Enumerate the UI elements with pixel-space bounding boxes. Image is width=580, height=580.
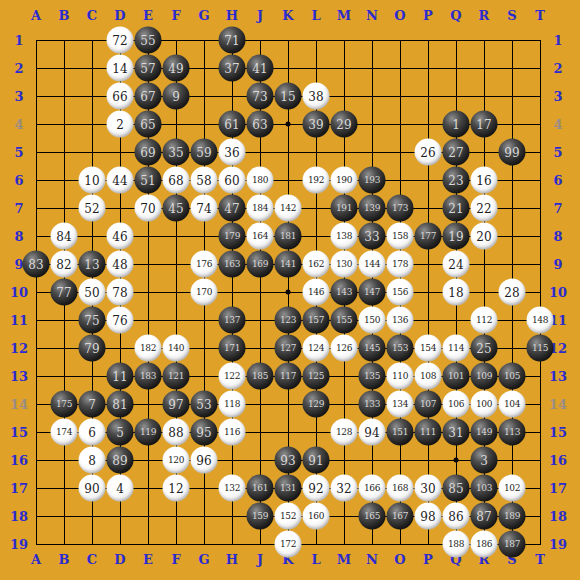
stone-N13-move-135[interactable]: 135 [359,363,386,390]
row-label-right-18: 18 [549,510,567,523]
stone-M7-move-191[interactable]: 191 [331,195,358,222]
move-number: 75 [84,314,99,326]
stone-F13-move-121[interactable]: 121 [163,363,190,390]
stone-R15-move-149[interactable]: 149 [471,419,498,446]
stone-K18-move-152[interactable]: 152 [275,503,302,530]
move-number: 18 [448,286,463,298]
stone-H13-move-122[interactable]: 122 [219,363,246,390]
move-number: 24 [448,258,463,270]
stone-D3-move-66[interactable]: 66 [107,83,134,110]
move-number: 188 [448,540,464,549]
stone-J13-move-185[interactable]: 185 [247,363,274,390]
col-label-top-G: G [198,9,209,22]
move-number: 49 [168,62,183,74]
stone-B10-move-77[interactable]: 77 [51,279,78,306]
move-number: 53 [196,398,211,410]
stone-R8-move-20[interactable]: 20 [471,223,498,250]
stone-G16-move-96[interactable]: 96 [191,447,218,474]
stone-N17-move-166[interactable]: 166 [359,475,386,502]
go-board: AABBCCDDEEFFGGHHJJKKLLMMNNOOPPQQRRSSTT11… [0,0,580,580]
stone-R12-move-25[interactable]: 25 [471,335,498,362]
stone-D2-move-14[interactable]: 14 [107,55,134,82]
move-number: 124 [308,344,324,353]
stone-D15-move-5[interactable]: 5 [107,419,134,446]
move-number: 153 [392,344,408,353]
stone-E7-move-70[interactable]: 70 [135,195,162,222]
move-number: 92 [308,482,323,494]
stone-S14-move-104[interactable]: 104 [499,391,526,418]
stone-N10-move-147[interactable]: 147 [359,279,386,306]
stone-M9-move-130[interactable]: 130 [331,251,358,278]
stone-Q18-move-86[interactable]: 86 [443,503,470,530]
stone-P5-move-26[interactable]: 26 [415,139,442,166]
stone-J6-move-180[interactable]: 180 [247,167,274,194]
stone-S13-move-105[interactable]: 105 [499,363,526,390]
move-number: 67 [140,90,155,102]
stone-G10-move-170[interactable]: 170 [191,279,218,306]
stone-K13-move-117[interactable]: 117 [275,363,302,390]
stone-D10-move-78[interactable]: 78 [107,279,134,306]
stone-K17-move-131[interactable]: 131 [275,475,302,502]
stone-K11-move-123[interactable]: 123 [275,307,302,334]
stone-O14-move-134[interactable]: 134 [387,391,414,418]
stone-M12-move-126[interactable]: 126 [331,335,358,362]
stone-E12-move-182[interactable]: 182 [135,335,162,362]
move-number: 152 [280,512,296,521]
row-label-right-15: 15 [549,426,567,439]
stone-E5-move-69[interactable]: 69 [135,139,162,166]
col-label-bottom-B: B [59,553,70,566]
stone-N7-move-139[interactable]: 139 [359,195,386,222]
move-number: 104 [504,400,520,409]
row-label-left-10: 10 [10,286,28,299]
move-number: 74 [196,202,211,214]
stone-S18-move-189[interactable]: 189 [499,503,526,530]
col-label-bottom-G: G [198,553,209,566]
stone-F7-move-45[interactable]: 45 [163,195,190,222]
stone-E13-move-183[interactable]: 183 [135,363,162,390]
stone-M8-move-138[interactable]: 138 [331,223,358,250]
move-number: 119 [140,428,156,437]
move-number: 154 [420,344,436,353]
stone-G9-move-176[interactable]: 176 [191,251,218,278]
move-number: 50 [84,286,99,298]
stone-E3-move-67[interactable]: 67 [135,83,162,110]
stone-F3-move-9[interactable]: 9 [163,83,190,110]
col-label-bottom-L: L [311,553,320,566]
stone-Q15-move-31[interactable]: 31 [443,419,470,446]
stone-A9-move-83[interactable]: 83 [23,251,50,278]
move-number: 150 [364,316,380,325]
stone-L11-move-157[interactable]: 157 [303,307,330,334]
stone-D13-move-11[interactable]: 11 [107,363,134,390]
move-number: 41 [252,62,267,74]
move-number: 140 [168,344,184,353]
move-number: 23 [448,174,463,186]
stone-T11-move-148[interactable]: 148 [527,307,554,334]
stone-S15-move-113[interactable]: 113 [499,419,526,446]
stone-E2-move-57[interactable]: 57 [135,55,162,82]
col-label-top-B: B [59,9,70,22]
stone-D6-move-44[interactable]: 44 [107,167,134,194]
stone-Q7-move-21[interactable]: 21 [443,195,470,222]
move-number: 36 [224,146,239,158]
stone-F12-move-140[interactable]: 140 [163,335,190,362]
stone-N15-move-94[interactable]: 94 [359,419,386,446]
stone-C7-move-52[interactable]: 52 [79,195,106,222]
stone-P15-move-111[interactable]: 111 [415,419,442,446]
stone-H4-move-61[interactable]: 61 [219,111,246,138]
stone-C16-move-8[interactable]: 8 [79,447,106,474]
move-number: 13 [84,258,99,270]
move-number: 71 [224,34,239,46]
stone-Q9-move-24[interactable]: 24 [443,251,470,278]
move-number: 165 [364,512,380,521]
row-label-left-18: 18 [10,510,28,523]
stone-O11-move-136[interactable]: 136 [387,307,414,334]
stone-R17-move-103[interactable]: 103 [471,475,498,502]
stone-J2-move-41[interactable]: 41 [247,55,274,82]
stone-O17-move-168[interactable]: 168 [387,475,414,502]
move-number: 59 [196,146,211,158]
stone-K9-move-141[interactable]: 141 [275,251,302,278]
stone-O15-move-151[interactable]: 151 [387,419,414,446]
stone-C14-move-7[interactable]: 7 [79,391,106,418]
stone-D4-move-2[interactable]: 2 [107,111,134,138]
col-label-top-T: T [535,9,545,22]
stone-L9-move-162[interactable]: 162 [303,251,330,278]
stone-Q14-move-106[interactable]: 106 [443,391,470,418]
stone-K7-move-142[interactable]: 142 [275,195,302,222]
col-label-bottom-E: E [143,553,153,566]
stone-F15-move-88[interactable]: 88 [163,419,190,446]
row-label-right-19: 19 [549,538,567,551]
move-number: 175 [56,400,72,409]
stone-P12-move-154[interactable]: 154 [415,335,442,362]
stone-B9-move-82[interactable]: 82 [51,251,78,278]
stone-E1-move-55[interactable]: 55 [135,27,162,54]
stone-R14-move-100[interactable]: 100 [471,391,498,418]
stone-K8-move-181[interactable]: 181 [275,223,302,250]
move-number: 163 [224,260,240,269]
move-number: 176 [196,260,212,269]
stone-O9-move-178[interactable]: 178 [387,251,414,278]
stone-R7-move-22[interactable]: 22 [471,195,498,222]
stone-R13-move-109[interactable]: 109 [471,363,498,390]
stone-M10-move-143[interactable]: 143 [331,279,358,306]
move-number: 166 [364,484,380,493]
move-number: 167 [392,512,408,521]
move-number: 112 [476,316,492,325]
stone-L18-move-160[interactable]: 160 [303,503,330,530]
stone-G14-move-53[interactable]: 53 [191,391,218,418]
stone-N12-move-145[interactable]: 145 [359,335,386,362]
stone-H11-move-137[interactable]: 137 [219,307,246,334]
stone-R16-move-3[interactable]: 3 [471,447,498,474]
move-number: 7 [88,398,96,410]
stone-D16-move-89[interactable]: 89 [107,447,134,474]
move-number: 45 [168,202,183,214]
row-label-right-8: 8 [553,230,562,243]
move-number: 177 [420,232,436,241]
move-number: 78 [112,286,127,298]
row-label-left-4: 4 [14,118,23,131]
stone-H1-move-71[interactable]: 71 [219,27,246,54]
stone-S5-move-99[interactable]: 99 [499,139,526,166]
stone-D17-move-4[interactable]: 4 [107,475,134,502]
move-number: 101 [448,372,464,381]
stone-L14-move-129[interactable]: 129 [303,391,330,418]
move-number: 72 [112,34,127,46]
col-label-top-J: J [257,9,263,22]
stone-O12-move-153[interactable]: 153 [387,335,414,362]
stone-R19-move-186[interactable]: 186 [471,531,498,558]
stone-N9-move-144[interactable]: 144 [359,251,386,278]
stone-R18-move-87[interactable]: 87 [471,503,498,530]
move-number: 160 [308,512,324,521]
stone-Q4-move-1[interactable]: 1 [443,111,470,138]
stone-G5-move-59[interactable]: 59 [191,139,218,166]
col-label-top-R: R [479,9,490,22]
stone-M15-move-128[interactable]: 128 [331,419,358,446]
stone-O8-move-158[interactable]: 158 [387,223,414,250]
move-number: 20 [476,230,491,242]
stone-B8-move-84[interactable]: 84 [51,223,78,250]
stone-L12-move-124[interactable]: 124 [303,335,330,362]
move-number: 89 [112,454,127,466]
move-number: 57 [140,62,155,74]
move-number: 58 [196,174,211,186]
stone-L10-move-146[interactable]: 146 [303,279,330,306]
row-label-left-14: 14 [10,398,28,411]
stone-H9-move-163[interactable]: 163 [219,251,246,278]
stone-F6-move-68[interactable]: 68 [163,167,190,194]
move-number: 90 [84,482,99,494]
row-label-left-17: 17 [10,482,28,495]
stone-C17-move-90[interactable]: 90 [79,475,106,502]
stone-C10-move-50[interactable]: 50 [79,279,106,306]
move-number: 48 [112,258,127,270]
stone-O10-move-156[interactable]: 156 [387,279,414,306]
row-label-right-1: 1 [553,34,562,47]
col-label-top-C: C [87,9,97,22]
stone-F14-move-97[interactable]: 97 [163,391,190,418]
stone-T12-move-115[interactable]: 115 [527,335,554,362]
stone-H17-move-132[interactable]: 132 [219,475,246,502]
stone-G7-move-74[interactable]: 74 [191,195,218,222]
stone-L13-move-125[interactable]: 125 [303,363,330,390]
stone-K12-move-127[interactable]: 127 [275,335,302,362]
row-label-right-16: 16 [549,454,567,467]
stone-H5-move-36[interactable]: 36 [219,139,246,166]
col-label-top-A: A [31,9,41,22]
stone-S17-move-102[interactable]: 102 [499,475,526,502]
stone-H8-move-179[interactable]: 179 [219,223,246,250]
stone-J17-move-161[interactable]: 161 [247,475,274,502]
stone-N14-move-133[interactable]: 133 [359,391,386,418]
stone-M6-move-190[interactable]: 190 [331,167,358,194]
stone-P18-move-98[interactable]: 98 [415,503,442,530]
stone-E6-move-51[interactable]: 51 [135,167,162,194]
move-number: 108 [420,372,436,381]
stone-F17-move-12[interactable]: 12 [163,475,190,502]
stone-B14-move-175[interactable]: 175 [51,391,78,418]
stone-D14-move-81[interactable]: 81 [107,391,134,418]
stone-H12-move-171[interactable]: 171 [219,335,246,362]
stone-R11-move-112[interactable]: 112 [471,307,498,334]
stone-L17-move-92[interactable]: 92 [303,475,330,502]
move-number: 158 [392,232,408,241]
stone-O7-move-173[interactable]: 173 [387,195,414,222]
stone-N8-move-33[interactable]: 33 [359,223,386,250]
stone-H14-move-118[interactable]: 118 [219,391,246,418]
move-number: 122 [224,372,240,381]
stone-Q10-move-18[interactable]: 18 [443,279,470,306]
move-number: 162 [308,260,324,269]
col-label-top-N: N [366,9,378,22]
move-number: 105 [504,372,520,381]
stone-R4-move-17[interactable]: 17 [471,111,498,138]
stone-M17-move-32[interactable]: 32 [331,475,358,502]
stone-R6-move-16[interactable]: 16 [471,167,498,194]
stone-E15-move-119[interactable]: 119 [135,419,162,446]
move-number: 118 [224,400,240,409]
row-label-right-5: 5 [553,146,562,159]
row-label-left-7: 7 [14,202,23,215]
stone-P13-move-108[interactable]: 108 [415,363,442,390]
move-number: 139 [364,204,380,213]
move-number: 148 [532,316,548,325]
stone-E4-move-65[interactable]: 65 [135,111,162,138]
stone-D9-move-48[interactable]: 48 [107,251,134,278]
move-number: 189 [504,512,520,521]
move-number: 155 [336,316,352,325]
move-number: 145 [364,344,380,353]
move-number: 125 [308,372,324,381]
move-number: 182 [140,344,156,353]
stone-H15-move-116[interactable]: 116 [219,419,246,446]
move-number: 81 [112,398,127,410]
row-label-right-4: 4 [553,118,562,131]
row-label-left-8: 8 [14,230,23,243]
move-number: 19 [448,230,463,242]
col-label-bottom-F: F [171,553,180,566]
move-number: 2 [116,118,124,130]
move-number: 38 [308,90,323,102]
stone-O13-move-110[interactable]: 110 [387,363,414,390]
stone-F5-move-35[interactable]: 35 [163,139,190,166]
stone-S10-move-28[interactable]: 28 [499,279,526,306]
stone-C12-move-79[interactable]: 79 [79,335,106,362]
stone-K3-move-15[interactable]: 15 [275,83,302,110]
move-number: 76 [112,314,127,326]
stone-Q6-move-23[interactable]: 23 [443,167,470,194]
move-number: 65 [140,118,155,130]
stone-P17-move-30[interactable]: 30 [415,475,442,502]
move-number: 51 [140,174,155,186]
stone-J3-move-73[interactable]: 73 [247,83,274,110]
stone-L6-move-192[interactable]: 192 [303,167,330,194]
move-number: 107 [420,400,436,409]
stone-F2-move-49[interactable]: 49 [163,55,190,82]
stone-H7-move-47[interactable]: 47 [219,195,246,222]
stone-K19-move-172[interactable]: 172 [275,531,302,558]
move-number: 15 [280,90,295,102]
move-number: 161 [252,484,268,493]
move-number: 97 [168,398,183,410]
col-label-top-K: K [282,9,293,22]
row-label-right-9: 9 [553,258,562,271]
move-number: 29 [336,118,351,130]
stone-Q8-move-19[interactable]: 19 [443,223,470,250]
move-number: 183 [140,372,156,381]
col-label-bottom-T: T [535,553,545,566]
stone-S19-move-187[interactable]: 187 [499,531,526,558]
stone-L4-move-39[interactable]: 39 [303,111,330,138]
move-number: 39 [308,118,323,130]
stone-C9-move-13[interactable]: 13 [79,251,106,278]
stone-P14-move-107[interactable]: 107 [415,391,442,418]
stone-K16-move-93[interactable]: 93 [275,447,302,474]
move-number: 151 [392,428,408,437]
stone-J8-move-164[interactable]: 164 [247,223,274,250]
col-label-top-L: L [311,9,320,22]
stone-B15-move-174[interactable]: 174 [51,419,78,446]
stone-L16-move-91[interactable]: 91 [303,447,330,474]
stone-O18-move-167[interactable]: 167 [387,503,414,530]
stone-G6-move-58[interactable]: 58 [191,167,218,194]
move-number: 85 [448,482,463,494]
move-number: 98 [420,510,435,522]
row-label-left-15: 15 [10,426,28,439]
move-number: 178 [392,260,408,269]
stone-D11-move-76[interactable]: 76 [107,307,134,334]
stone-C6-move-10[interactable]: 10 [79,167,106,194]
stone-Q17-move-85[interactable]: 85 [443,475,470,502]
stone-Q12-move-114[interactable]: 114 [443,335,470,362]
row-label-right-10: 10 [549,286,567,299]
move-number: 83 [28,258,43,270]
stone-Q19-move-188[interactable]: 188 [443,531,470,558]
stone-N18-move-165[interactable]: 165 [359,503,386,530]
row-label-right-7: 7 [553,202,562,215]
stone-G15-move-95[interactable]: 95 [191,419,218,446]
stone-J7-move-184[interactable]: 184 [247,195,274,222]
stone-Q13-move-101[interactable]: 101 [443,363,470,390]
stone-N6-move-193[interactable]: 193 [359,167,386,194]
move-number: 170 [196,288,212,297]
stone-D1-move-72[interactable]: 72 [107,27,134,54]
stone-P8-move-177[interactable]: 177 [415,223,442,250]
stone-J9-move-169[interactable]: 169 [247,251,274,278]
stone-M11-move-155[interactable]: 155 [331,307,358,334]
stone-N11-move-150[interactable]: 150 [359,307,386,334]
stone-H6-move-60[interactable]: 60 [219,167,246,194]
stone-F16-move-120[interactable]: 120 [163,447,190,474]
move-number: 173 [392,204,408,213]
move-number: 185 [252,372,268,381]
stone-C11-move-75[interactable]: 75 [79,307,106,334]
stone-C15-move-6[interactable]: 6 [79,419,106,446]
stone-J18-move-159[interactable]: 159 [247,503,274,530]
stone-Q5-move-27[interactable]: 27 [443,139,470,166]
stone-L3-move-38[interactable]: 38 [303,83,330,110]
move-number: 135 [364,372,380,381]
stone-J4-move-63[interactable]: 63 [247,111,274,138]
stone-D8-move-46[interactable]: 46 [107,223,134,250]
stone-H2-move-37[interactable]: 37 [219,55,246,82]
stone-M4-move-29[interactable]: 29 [331,111,358,138]
